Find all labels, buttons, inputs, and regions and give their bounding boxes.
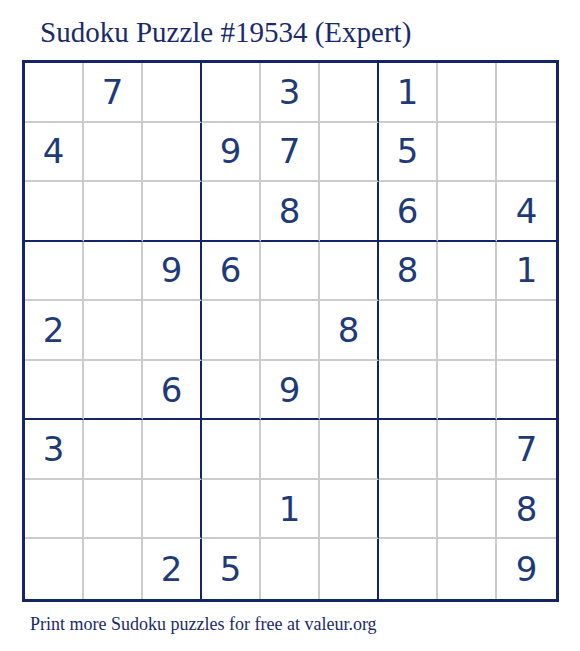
cell-r3c9-given-4[interactable]: 4 (497, 182, 556, 242)
cell-r9c9-given-9[interactable]: 9 (497, 539, 556, 599)
cell-r9c1-empty[interactable] (25, 539, 84, 599)
cell-r7c8-empty[interactable] (438, 420, 497, 480)
cell-r7c5-empty[interactable] (261, 420, 320, 480)
cell-r1c5-given-3[interactable]: 3 (261, 63, 320, 123)
cell-r5c1-given-2[interactable]: 2 (25, 301, 84, 361)
cell-r2c8-empty[interactable] (438, 123, 497, 183)
cell-r4c5-empty[interactable] (261, 242, 320, 302)
cell-r3c5-given-8[interactable]: 8 (261, 182, 320, 242)
cell-r3c2-empty[interactable] (84, 182, 143, 242)
cell-r1c2-given-7[interactable]: 7 (84, 63, 143, 123)
cell-r4c4-given-6[interactable]: 6 (202, 242, 261, 302)
cell-r4c9-given-1[interactable]: 1 (497, 242, 556, 302)
cell-r6c2-empty[interactable] (84, 361, 143, 421)
cell-r2c4-given-9[interactable]: 9 (202, 123, 261, 183)
cell-r2c6-empty[interactable] (320, 123, 379, 183)
cell-r9c5-empty[interactable] (261, 539, 320, 599)
cell-r7c6-empty[interactable] (320, 420, 379, 480)
sudoku-print-page: Sudoku Puzzle #19534 (Expert) 7314975864… (0, 0, 580, 651)
cell-r4c1-empty[interactable] (25, 242, 84, 302)
cell-r8c2-empty[interactable] (84, 480, 143, 540)
cell-r2c1-given-4[interactable]: 4 (25, 123, 84, 183)
cell-r8c4-empty[interactable] (202, 480, 261, 540)
cell-r5c2-empty[interactable] (84, 301, 143, 361)
cell-r8c7-empty[interactable] (379, 480, 438, 540)
cell-r4c7-given-8[interactable]: 8 (379, 242, 438, 302)
cell-r2c5-given-7[interactable]: 7 (261, 123, 320, 183)
cell-r4c8-empty[interactable] (438, 242, 497, 302)
cell-r7c3-empty[interactable] (143, 420, 202, 480)
cell-r4c6-empty[interactable] (320, 242, 379, 302)
cell-r6c5-given-9[interactable]: 9 (261, 361, 320, 421)
cell-r4c3-given-9[interactable]: 9 (143, 242, 202, 302)
cell-r1c9-empty[interactable] (497, 63, 556, 123)
cell-r6c8-empty[interactable] (438, 361, 497, 421)
sudoku-board: 7314975864968128693718259 (22, 60, 559, 602)
cell-r8c3-empty[interactable] (143, 480, 202, 540)
cell-r1c6-empty[interactable] (320, 63, 379, 123)
cell-r8c1-empty[interactable] (25, 480, 84, 540)
cell-r4c2-empty[interactable] (84, 242, 143, 302)
cell-r2c7-given-5[interactable]: 5 (379, 123, 438, 183)
cell-r8c5-given-1[interactable]: 1 (261, 480, 320, 540)
cell-r7c1-given-3[interactable]: 3 (25, 420, 84, 480)
cell-r1c3-empty[interactable] (143, 63, 202, 123)
cell-r7c2-empty[interactable] (84, 420, 143, 480)
cell-r5c9-empty[interactable] (497, 301, 556, 361)
cell-r3c3-empty[interactable] (143, 182, 202, 242)
cell-r7c4-empty[interactable] (202, 420, 261, 480)
cell-r8c8-empty[interactable] (438, 480, 497, 540)
cell-r9c4-given-5[interactable]: 5 (202, 539, 261, 599)
cell-r6c9-empty[interactable] (497, 361, 556, 421)
cell-r2c9-empty[interactable] (497, 123, 556, 183)
cell-r1c8-empty[interactable] (438, 63, 497, 123)
cell-r2c2-empty[interactable] (84, 123, 143, 183)
cell-r9c7-empty[interactable] (379, 539, 438, 599)
cell-r5c4-empty[interactable] (202, 301, 261, 361)
cell-r5c6-given-8[interactable]: 8 (320, 301, 379, 361)
cell-r9c3-given-2[interactable]: 2 (143, 539, 202, 599)
cell-r1c1-empty[interactable] (25, 63, 84, 123)
cell-r3c4-empty[interactable] (202, 182, 261, 242)
cell-r9c2-empty[interactable] (84, 539, 143, 599)
cell-r3c6-empty[interactable] (320, 182, 379, 242)
cell-r6c6-empty[interactable] (320, 361, 379, 421)
cell-r5c5-empty[interactable] (261, 301, 320, 361)
cell-r6c4-empty[interactable] (202, 361, 261, 421)
cell-r6c1-empty[interactable] (25, 361, 84, 421)
cell-r5c8-empty[interactable] (438, 301, 497, 361)
cell-r8c6-empty[interactable] (320, 480, 379, 540)
cell-r3c1-empty[interactable] (25, 182, 84, 242)
cell-r1c4-empty[interactable] (202, 63, 261, 123)
cell-r8c9-given-8[interactable]: 8 (497, 480, 556, 540)
cell-r2c3-empty[interactable] (143, 123, 202, 183)
cell-r3c7-given-6[interactable]: 6 (379, 182, 438, 242)
cell-r9c8-empty[interactable] (438, 539, 497, 599)
cell-r5c7-empty[interactable] (379, 301, 438, 361)
cell-r7c7-empty[interactable] (379, 420, 438, 480)
cell-r3c8-empty[interactable] (438, 182, 497, 242)
cell-r6c3-given-6[interactable]: 6 (143, 361, 202, 421)
cell-r1c7-given-1[interactable]: 1 (379, 63, 438, 123)
cell-r7c9-given-7[interactable]: 7 (497, 420, 556, 480)
cell-r5c3-empty[interactable] (143, 301, 202, 361)
footer-text: Print more Sudoku puzzles for free at va… (30, 614, 377, 635)
cell-r9c6-empty[interactable] (320, 539, 379, 599)
cell-r6c7-empty[interactable] (379, 361, 438, 421)
page-title: Sudoku Puzzle #19534 (Expert) (40, 16, 411, 49)
